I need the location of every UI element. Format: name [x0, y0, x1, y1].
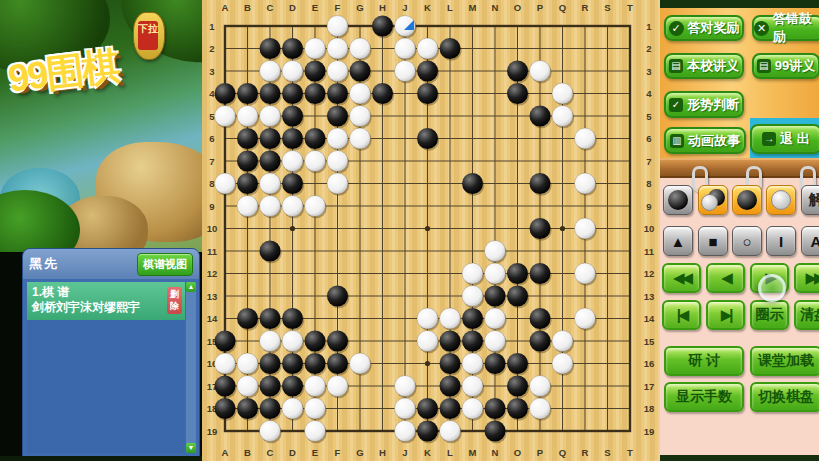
svg-text:11: 11 — [207, 246, 218, 257]
fast-forward-button[interactable]: ▶▶ — [794, 263, 819, 293]
svg-text:19: 19 — [207, 426, 218, 437]
svg-text:K: K — [424, 2, 431, 13]
show-move-numbers-button[interactable]: 显示手数 — [664, 382, 744, 412]
record-view-button[interactable]: 棋谱视图 — [137, 253, 193, 276]
square-icon: ■ — [708, 233, 717, 250]
go-board[interactable]: AA11BB22CC33DD44EE55FF66GG77HH88JJ99KK10… — [202, 0, 660, 461]
button-label: 清盘 — [800, 306, 819, 324]
button-label: 解 — [809, 191, 819, 209]
scroll-down-icon[interactable]: ▼ — [186, 443, 196, 453]
wood-shelf — [660, 158, 819, 178]
svg-text:M: M — [469, 2, 477, 13]
exit-button[interactable]: → 退 出 — [750, 124, 819, 154]
svg-text:D: D — [289, 447, 296, 458]
svg-text:13: 13 — [207, 291, 218, 302]
svg-text:8: 8 — [209, 178, 214, 189]
svg-text:H: H — [379, 2, 386, 13]
svg-text:4: 4 — [646, 88, 652, 99]
svg-text:N: N — [492, 447, 499, 458]
svg-text:J: J — [402, 2, 407, 13]
lecture-99-button[interactable]: ▤ 99讲义 — [752, 53, 819, 79]
back-icon: ◀ — [721, 269, 730, 287]
triangle-mark-button[interactable]: ▲ — [663, 226, 693, 256]
svg-text:P: P — [537, 447, 544, 458]
svg-text:7: 7 — [209, 156, 214, 167]
button-label: 99讲义 — [775, 57, 815, 75]
button-label: 退 出 — [780, 130, 810, 148]
explain-tool-button[interactable]: 解 — [801, 185, 819, 215]
check-circle-icon: ✓ — [669, 21, 684, 36]
turn-status-label: 黑先 — [29, 255, 59, 273]
black-white-stones-icon — [701, 189, 725, 211]
rewind-button[interactable]: ◀◀ — [662, 263, 701, 293]
svg-text:18: 18 — [644, 403, 655, 414]
svg-text:M: M — [469, 447, 477, 458]
fast-forward-icon: ▶▶ — [805, 269, 819, 287]
svg-text:Q: Q — [559, 2, 566, 13]
svg-text:2: 2 — [646, 43, 651, 54]
record-list: 1.棋 谱 剑桥刘宇沫对缪熙宇 删除 — [27, 282, 185, 453]
svg-text:5: 5 — [646, 111, 652, 122]
place-white-tool-button[interactable] — [766, 185, 796, 215]
svg-text:D: D — [289, 2, 296, 13]
svg-text:G: G — [356, 447, 363, 458]
game-record-panel: 黑先 棋谱视图 1.棋 谱 剑桥刘宇沫对缪熙宇 删除 ▲ ▼ — [22, 248, 200, 457]
x-circle-icon: ✕ — [754, 21, 769, 36]
svg-text:16: 16 — [644, 358, 655, 369]
square-mark-button[interactable]: ■ — [698, 226, 728, 256]
research-button[interactable]: 研 讨 — [664, 346, 744, 376]
class-load-button[interactable]: 课堂加载 — [750, 346, 819, 376]
bottom-art-strip — [0, 456, 202, 461]
exit-icon: → — [762, 132, 776, 146]
svg-text:L: L — [447, 2, 453, 13]
record-scrollbar[interactable]: ▲ ▼ — [186, 282, 196, 453]
svg-text:1: 1 — [209, 21, 215, 32]
to-end-button[interactable]: ▶| — [706, 300, 745, 330]
svg-text:10: 10 — [644, 223, 655, 234]
button-label: 形势判断 — [687, 96, 739, 114]
letter-i-icon: I — [779, 233, 783, 250]
svg-text:L: L — [447, 447, 453, 458]
mouse-cursor-overlay — [758, 274, 786, 302]
story-icon: ▥ — [670, 134, 684, 148]
svg-text:J: J — [402, 447, 407, 458]
svg-text:P: P — [537, 2, 544, 13]
record-title: 剑桥刘宇沫对缪熙宇 — [32, 300, 180, 315]
button-label: 课堂加载 — [758, 352, 814, 370]
letter-a-mark-button[interactable]: A — [801, 226, 819, 256]
button-label: 研 讨 — [688, 352, 720, 370]
top-art-strip — [660, 0, 819, 8]
alternate-stone-tool-button[interactable] — [698, 185, 728, 215]
button-label: 显示手数 — [676, 388, 732, 406]
to-start-icon: |◀ — [677, 306, 687, 324]
school-lecture-button[interactable]: ▤ 本校讲义 — [664, 53, 744, 79]
svg-text:7: 7 — [646, 156, 651, 167]
book-icon: ▤ — [757, 59, 771, 73]
svg-text:11: 11 — [644, 246, 655, 257]
place-black-tool-button[interactable] — [732, 185, 762, 215]
to-start-button[interactable]: |◀ — [662, 300, 701, 330]
svg-text:T: T — [627, 2, 633, 13]
svg-text:1: 1 — [646, 21, 652, 32]
svg-text:9: 9 — [646, 201, 651, 212]
svg-text:4: 4 — [209, 88, 215, 99]
svg-text:G: G — [356, 2, 363, 13]
svg-text:S: S — [604, 2, 610, 13]
svg-text:14: 14 — [207, 313, 218, 324]
scroll-up-icon[interactable]: ▲ — [186, 282, 196, 292]
button-label: 答错鼓励 — [773, 10, 819, 46]
svg-text:C: C — [267, 447, 274, 458]
svg-text:Q: Q — [559, 447, 566, 458]
svg-text:10: 10 — [207, 223, 218, 234]
svg-text:15: 15 — [644, 336, 655, 347]
record-index: 1.棋 谱 — [32, 285, 180, 300]
button-label: 切换棋盘 — [758, 388, 814, 406]
to-end-icon: ▶| — [721, 306, 731, 324]
svg-text:17: 17 — [644, 381, 655, 392]
svg-text:T: T — [627, 447, 633, 458]
svg-text:14: 14 — [644, 313, 655, 324]
rewind-icon: ◀◀ — [673, 269, 690, 287]
reward-correct-button[interactable]: ✓ 答对奖励 — [664, 15, 744, 41]
circle-icon: ○ — [742, 233, 751, 250]
svg-text:6: 6 — [646, 133, 651, 144]
check-square-icon: ✓ — [669, 98, 683, 112]
jungle-artwork: 下拉 99围棋 — [0, 0, 202, 252]
svg-text:R: R — [582, 2, 589, 13]
encourage-wrong-button[interactable]: ✕ 答错鼓励 — [752, 15, 819, 41]
book-icon: ▤ — [669, 59, 683, 73]
svg-text:12: 12 — [644, 268, 655, 279]
record-list-item[interactable]: 1.棋 谱 剑桥刘宇沫对缪熙宇 删除 — [27, 282, 185, 320]
svg-text:12: 12 — [207, 268, 218, 279]
clear-board-button[interactable]: 清盘 — [794, 300, 819, 330]
svg-text:6: 6 — [209, 133, 214, 144]
right-panel: ✓ 答对奖励 ✕ 答错鼓励 ▤ 本校讲义 ▤ 99讲义 ✓ 形势判断 ▥ 动画故… — [660, 0, 819, 461]
svg-text:R: R — [582, 447, 589, 458]
circle-mark-button[interactable]: ○ — [732, 226, 762, 256]
svg-text:A: A — [222, 2, 229, 13]
svg-text:8: 8 — [646, 178, 651, 189]
svg-text:3: 3 — [646, 66, 651, 77]
button-label: 本校讲义 — [687, 57, 739, 75]
svg-text:N: N — [492, 2, 499, 13]
svg-text:C: C — [267, 2, 274, 13]
svg-text:S: S — [604, 447, 610, 458]
position-judge-button[interactable]: ✓ 形势判断 — [664, 91, 744, 118]
svg-text:O: O — [514, 2, 521, 13]
animated-story-button[interactable]: ▥ 动画故事 — [664, 127, 746, 154]
delete-record-button[interactable]: 删除 — [167, 287, 182, 314]
step-back-button[interactable]: ◀ — [706, 263, 745, 293]
svg-text:E: E — [312, 2, 318, 13]
svg-text:O: O — [514, 447, 521, 458]
svg-text:H: H — [379, 447, 386, 458]
svg-text:B: B — [244, 2, 251, 13]
black-stone-icon — [668, 190, 688, 210]
letter-i-mark-button[interactable]: I — [766, 226, 796, 256]
svg-text:2: 2 — [209, 43, 214, 54]
svg-text:F: F — [335, 447, 341, 458]
svg-text:A: A — [222, 447, 229, 458]
svg-text:13: 13 — [644, 291, 655, 302]
button-label: 答对奖励 — [688, 19, 740, 37]
svg-text:E: E — [312, 447, 318, 458]
button-label: 动画故事 — [688, 132, 740, 150]
svg-text:19: 19 — [644, 426, 655, 437]
svg-text:F: F — [335, 2, 341, 13]
letter-a-icon: A — [811, 233, 819, 250]
triangle-icon: ▲ — [671, 233, 686, 250]
svg-text:3: 3 — [209, 66, 214, 77]
black-stone-icon — [737, 190, 757, 210]
button-label: 圈示 — [756, 306, 784, 324]
white-stone-icon — [771, 190, 791, 210]
left-panel: 下拉 99围棋 黑先 棋谱视图 1.棋 谱 剑桥刘宇沫对缪熙宇 删除 ▲ ▼ — [0, 0, 202, 461]
switch-board-button[interactable]: 切换棋盘 — [750, 382, 819, 412]
bottom-art-strip — [660, 455, 819, 461]
svg-text:B: B — [244, 447, 251, 458]
circle-show-button[interactable]: 圈示 — [750, 300, 789, 330]
record-panel-header: 黑先 棋谱视图 — [23, 249, 199, 279]
svg-text:9: 9 — [209, 201, 214, 212]
black-stone-tool-button[interactable] — [663, 185, 693, 215]
svg-text:K: K — [424, 447, 431, 458]
